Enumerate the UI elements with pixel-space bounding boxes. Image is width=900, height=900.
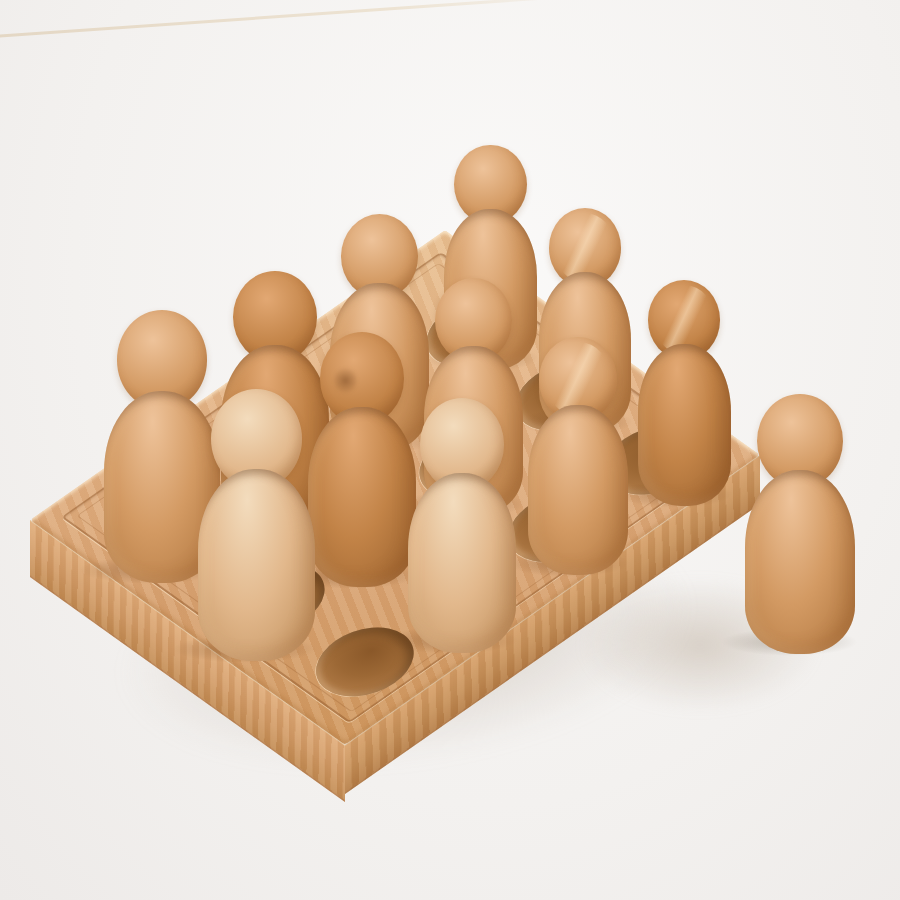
peg-body	[198, 469, 315, 661]
peg-body	[745, 470, 855, 655]
peg-body	[528, 405, 627, 575]
peg-body	[308, 407, 416, 587]
peg-body	[638, 344, 731, 505]
scene	[0, 0, 900, 900]
peg-doll-11[interactable]	[198, 389, 315, 663]
background-seam-line	[0, 0, 619, 39]
peg-doll-6[interactable]	[528, 337, 627, 578]
peg-doll-off-board[interactable]	[745, 394, 855, 656]
peg-doll-9[interactable]	[408, 398, 516, 654]
peg-doll-8[interactable]	[308, 332, 416, 588]
peg-doll-3[interactable]	[638, 280, 731, 508]
peg-body	[408, 473, 516, 653]
